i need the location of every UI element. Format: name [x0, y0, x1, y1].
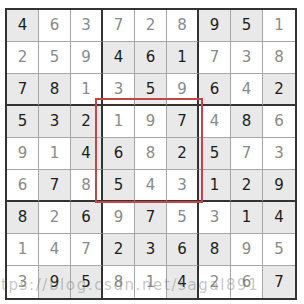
cell-r2c6[interactable]: 1 — [167, 42, 199, 74]
cell-r3c3[interactable]: 1 — [71, 74, 103, 106]
cell-r6c5[interactable]: 4 — [135, 170, 167, 202]
cell-r2c5[interactable]: 6 — [135, 42, 167, 74]
cell-r5c3[interactable]: 4 — [71, 138, 103, 170]
cell-r3c1[interactable]: 7 — [7, 74, 39, 106]
cell-r4c3[interactable]: 2 — [71, 106, 103, 138]
cell-r1c7[interactable]: 9 — [199, 10, 231, 42]
cell-r7c2[interactable]: 2 — [39, 202, 71, 234]
cell-r8c6[interactable]: 6 — [167, 234, 199, 266]
cell-r4c9[interactable]: 6 — [263, 106, 295, 138]
cell-r5c6[interactable]: 2 — [167, 138, 199, 170]
sudoku-board: 4637289512594617387813596425321974869146… — [5, 8, 297, 300]
cell-r7c6[interactable]: 5 — [167, 202, 199, 234]
cell-r5c2[interactable]: 1 — [39, 138, 71, 170]
cell-r3c8[interactable]: 4 — [231, 74, 263, 106]
cell-r6c7[interactable]: 1 — [199, 170, 231, 202]
cell-r8c4[interactable]: 2 — [103, 234, 135, 266]
cell-r1c1[interactable]: 4 — [7, 10, 39, 42]
cell-r8c9[interactable]: 5 — [263, 234, 295, 266]
cell-r7c9[interactable]: 4 — [263, 202, 295, 234]
cell-r2c1[interactable]: 2 — [7, 42, 39, 74]
cell-r5c4[interactable]: 6 — [103, 138, 135, 170]
cell-r8c2[interactable]: 4 — [39, 234, 71, 266]
cell-r6c8[interactable]: 2 — [231, 170, 263, 202]
cell-r6c1[interactable]: 6 — [7, 170, 39, 202]
cell-r1c4[interactable]: 7 — [103, 10, 135, 42]
cell-r9c4[interactable]: 8 — [103, 266, 135, 298]
cell-r8c1[interactable]: 1 — [7, 234, 39, 266]
cell-r2c3[interactable]: 9 — [71, 42, 103, 74]
cell-r8c3[interactable]: 7 — [71, 234, 103, 266]
cell-r9c7[interactable]: 2 — [199, 266, 231, 298]
cell-r5c7[interactable]: 5 — [199, 138, 231, 170]
cell-r1c2[interactable]: 6 — [39, 10, 71, 42]
sudoku-screenshot: 4637289512594617387813596425321974869146… — [0, 0, 304, 304]
cell-r7c5[interactable]: 7 — [135, 202, 167, 234]
cell-r5c5[interactable]: 8 — [135, 138, 167, 170]
cell-r4c2[interactable]: 3 — [39, 106, 71, 138]
cell-r7c4[interactable]: 9 — [103, 202, 135, 234]
cell-r2c7[interactable]: 7 — [199, 42, 231, 74]
cell-r2c2[interactable]: 5 — [39, 42, 71, 74]
cell-r7c3[interactable]: 6 — [71, 202, 103, 234]
cell-r7c7[interactable]: 3 — [199, 202, 231, 234]
cell-r3c9[interactable]: 2 — [263, 74, 295, 106]
cell-r9c5[interactable]: 1 — [135, 266, 167, 298]
cell-r1c5[interactable]: 2 — [135, 10, 167, 42]
cell-r5c9[interactable]: 3 — [263, 138, 295, 170]
cell-r1c3[interactable]: 3 — [71, 10, 103, 42]
cell-r4c7[interactable]: 4 — [199, 106, 231, 138]
cell-r4c4[interactable]: 1 — [103, 106, 135, 138]
cell-r3c5[interactable]: 5 — [135, 74, 167, 106]
cell-r3c6[interactable]: 9 — [167, 74, 199, 106]
cell-r9c6[interactable]: 4 — [167, 266, 199, 298]
cell-r2c4[interactable]: 4 — [103, 42, 135, 74]
cell-r3c4[interactable]: 3 — [103, 74, 135, 106]
cell-r4c5[interactable]: 9 — [135, 106, 167, 138]
cell-r4c8[interactable]: 8 — [231, 106, 263, 138]
cell-r5c1[interactable]: 9 — [7, 138, 39, 170]
cell-r1c9[interactable]: 1 — [263, 10, 295, 42]
cell-r9c2[interactable]: 9 — [39, 266, 71, 298]
cell-r4c1[interactable]: 5 — [7, 106, 39, 138]
cell-r6c6[interactable]: 3 — [167, 170, 199, 202]
cell-r7c8[interactable]: 1 — [231, 202, 263, 234]
cell-r9c1[interactable]: 3 — [7, 266, 39, 298]
cell-r1c6[interactable]: 8 — [167, 10, 199, 42]
cell-r6c4[interactable]: 5 — [103, 170, 135, 202]
cell-r9c8[interactable]: 6 — [231, 266, 263, 298]
cell-r2c9[interactable]: 8 — [263, 42, 295, 74]
cell-r3c2[interactable]: 8 — [39, 74, 71, 106]
cell-r2c8[interactable]: 3 — [231, 42, 263, 74]
cell-r7c1[interactable]: 8 — [7, 202, 39, 234]
cell-r8c8[interactable]: 9 — [231, 234, 263, 266]
cell-r5c8[interactable]: 7 — [231, 138, 263, 170]
cell-r8c7[interactable]: 8 — [199, 234, 231, 266]
cell-r3c7[interactable]: 6 — [199, 74, 231, 106]
cell-r6c2[interactable]: 7 — [39, 170, 71, 202]
cell-r6c3[interactable]: 8 — [71, 170, 103, 202]
cell-r9c3[interactable]: 5 — [71, 266, 103, 298]
cell-r1c8[interactable]: 5 — [231, 10, 263, 42]
cell-r4c6[interactable]: 7 — [167, 106, 199, 138]
cell-r9c9[interactable]: 7 — [263, 266, 295, 298]
cell-r6c9[interactable]: 9 — [263, 170, 295, 202]
cell-r8c5[interactable]: 3 — [135, 234, 167, 266]
